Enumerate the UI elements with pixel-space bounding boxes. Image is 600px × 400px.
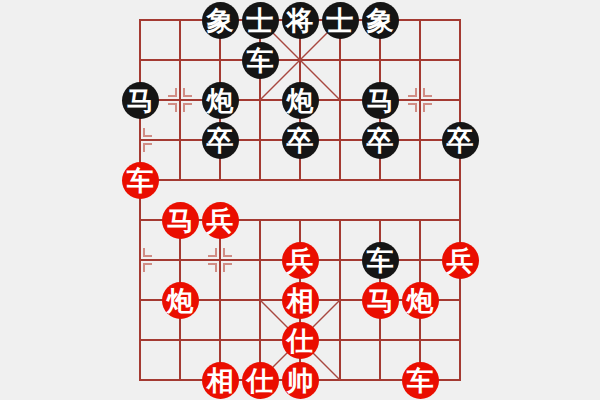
piece-black-soldier[interactable]: 卒 [442,122,479,159]
piece-red-chariot[interactable]: 车 [402,362,439,399]
piece-red-soldier[interactable]: 兵 [282,242,319,279]
piece-black-soldier[interactable]: 卒 [282,122,319,159]
piece-red-horse[interactable]: 马 [162,202,199,239]
piece-black-horse[interactable]: 马 [362,82,399,119]
piece-black-elephant[interactable]: 象 [362,2,399,39]
piece-grid: 象士将士象车马炮炮马卒卒卒卒车车马兵兵兵炮相马炮仕相仕帅车 [120,0,480,400]
piece-black-soldier[interactable]: 卒 [202,122,239,159]
piece-red-soldier[interactable]: 兵 [202,202,239,239]
piece-red-cannon[interactable]: 炮 [402,282,439,319]
piece-red-elephant[interactable]: 相 [202,362,239,399]
piece-black-chariot[interactable]: 车 [242,42,279,79]
piece-red-cannon[interactable]: 炮 [162,282,199,319]
piece-black-general[interactable]: 将 [282,2,319,39]
piece-black-advisor[interactable]: 士 [322,2,359,39]
piece-black-cannon[interactable]: 炮 [282,82,319,119]
piece-black-soldier[interactable]: 卒 [362,122,399,159]
xiangqi-board: 象士将士象车马炮炮马卒卒卒卒车车马兵兵兵炮相马炮仕相仕帅车 [0,0,600,400]
piece-red-general[interactable]: 帅 [282,362,319,399]
piece-red-soldier[interactable]: 兵 [442,242,479,279]
piece-black-advisor[interactable]: 士 [242,2,279,39]
piece-red-advisor[interactable]: 仕 [282,322,319,359]
piece-black-horse[interactable]: 马 [122,82,159,119]
piece-black-chariot[interactable]: 车 [362,242,399,279]
piece-red-chariot[interactable]: 车 [122,162,159,199]
piece-red-advisor[interactable]: 仕 [242,362,279,399]
piece-red-elephant[interactable]: 相 [282,282,319,319]
piece-black-elephant[interactable]: 象 [202,2,239,39]
piece-red-horse[interactable]: 马 [362,282,399,319]
piece-black-cannon[interactable]: 炮 [202,82,239,119]
